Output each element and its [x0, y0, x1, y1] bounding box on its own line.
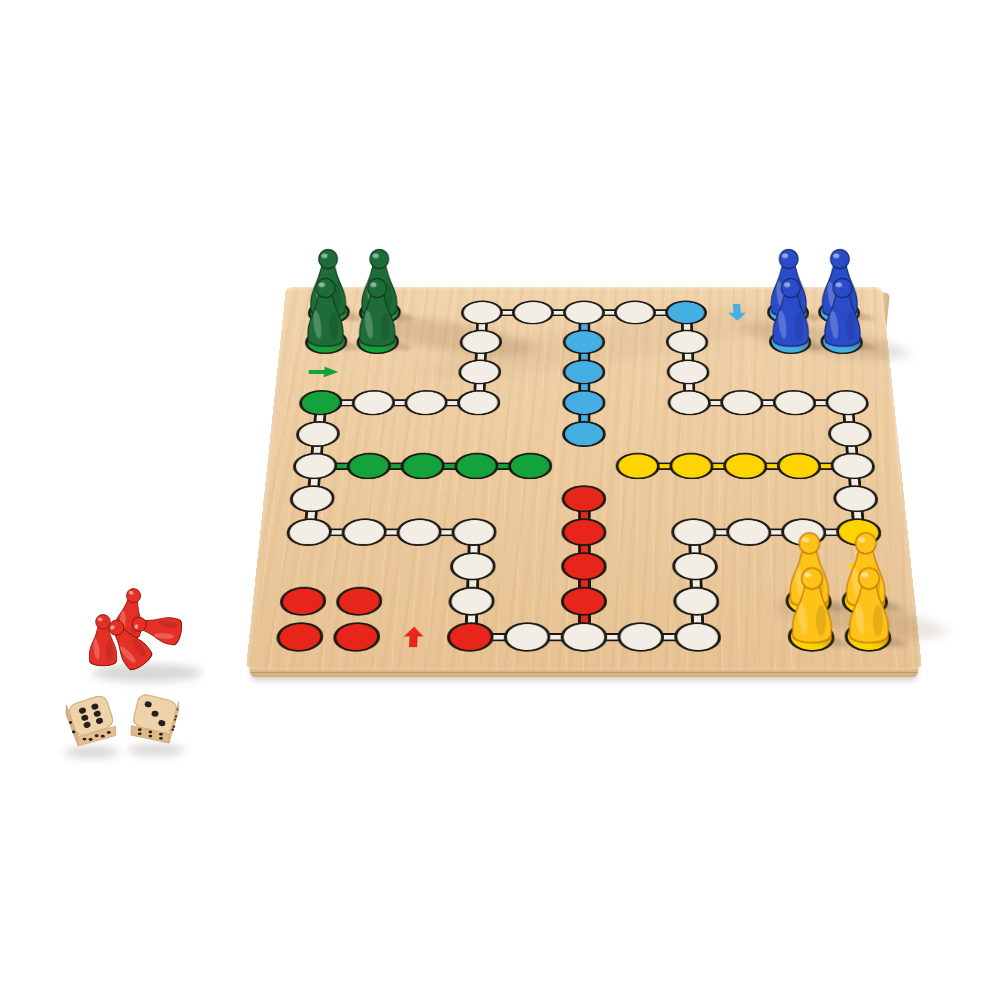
blue-pawn[interactable] [771, 277, 810, 347]
red-home-space [562, 485, 607, 512]
track-space [671, 518, 717, 546]
track-space [720, 390, 765, 415]
red-home-connector [578, 509, 591, 522]
yellow-pawn[interactable] [848, 566, 891, 643]
die-2[interactable] [124, 688, 186, 756]
red-start-field [446, 622, 494, 652]
blue-direction-arrow-icon [727, 304, 748, 321]
red-yard-pad [275, 622, 324, 652]
red-yard-pad [335, 587, 383, 616]
blue-home-space [562, 421, 606, 447]
track-space [448, 587, 495, 616]
green-direction-arrow-icon [308, 366, 339, 378]
track-space [830, 453, 877, 480]
track-space [667, 390, 711, 415]
green-pawn[interactable] [358, 277, 397, 347]
track-space [666, 360, 710, 385]
track-space [460, 301, 503, 325]
track-space [512, 301, 554, 325]
track-space [824, 390, 870, 415]
blue-home-space [562, 390, 605, 415]
dice-pair [58, 688, 218, 778]
ludo-board [246, 287, 922, 670]
track-space [285, 518, 333, 546]
blue-home-space [563, 330, 606, 354]
blue-home-space [563, 360, 606, 385]
track-space [772, 390, 817, 415]
red-pawns-off-board [80, 572, 240, 702]
track-space [614, 301, 656, 325]
track-space [459, 330, 502, 354]
track-space [617, 622, 664, 652]
track-space [289, 485, 336, 512]
red-yard-pad [279, 587, 328, 616]
ludo-board-scene [254, 136, 914, 796]
track-space [832, 485, 879, 512]
red-direction-arrow-icon [402, 627, 425, 648]
green-start-field [298, 390, 344, 415]
track-space [451, 518, 497, 546]
red-yard-pad [332, 622, 381, 652]
blue-pawn[interactable] [823, 277, 862, 347]
track-space [726, 518, 773, 546]
track-space [351, 390, 396, 415]
track-space [503, 622, 550, 652]
track-space [674, 622, 722, 652]
track-space [563, 301, 605, 325]
red-home-space [561, 587, 607, 616]
yellow-pawn[interactable] [791, 566, 834, 643]
blue-start-field [665, 301, 708, 325]
track-connector [850, 509, 864, 522]
track-space [396, 518, 443, 546]
red-home-space [561, 518, 606, 546]
track-space [561, 622, 608, 652]
track-space [673, 587, 720, 616]
track-space [341, 518, 388, 546]
track-space [457, 390, 501, 415]
track-connector [304, 509, 318, 522]
track-space [404, 390, 449, 415]
green-pawn[interactable] [306, 277, 345, 347]
track-space [458, 360, 502, 385]
die-1[interactable] [60, 690, 122, 758]
product-photo [0, 0, 1000, 1000]
green-home-space [508, 453, 553, 480]
track-space [666, 330, 709, 354]
